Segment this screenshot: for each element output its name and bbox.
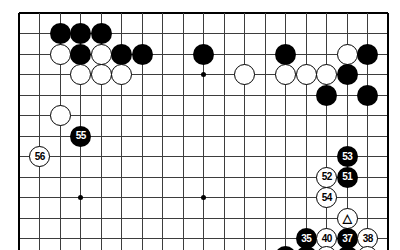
move-number-label: 53 [342,152,352,162]
intersection [153,65,174,86]
intersection [235,167,256,188]
intersection [194,24,215,45]
intersection [9,44,30,65]
intersection [255,65,276,86]
intersection [30,229,51,250]
intersection [71,3,92,24]
intersection [235,85,256,106]
intersection [173,3,194,24]
intersection [50,208,71,229]
intersection [235,106,256,127]
intersection [9,65,30,86]
intersection [30,3,51,24]
intersection [71,106,92,127]
intersection [71,147,92,168]
intersection [153,24,174,45]
intersection [378,106,399,127]
intersection [30,167,51,188]
intersection [194,106,215,127]
intersection [153,3,174,24]
intersection [378,3,399,24]
intersection [317,44,338,65]
intersection [173,44,194,65]
intersection [296,188,317,209]
intersection [50,167,71,188]
black-stone [111,44,132,65]
intersection [71,208,92,229]
intersection [112,85,133,106]
intersection [194,3,215,24]
intersection [317,126,338,147]
black-stone [70,44,91,65]
intersection [173,188,194,209]
intersection [255,85,276,106]
intersection [112,229,133,250]
intersection [214,106,235,127]
intersection [214,65,235,86]
intersection [276,24,297,45]
intersection [235,24,256,45]
intersection [194,208,215,229]
go-board: 555653525154△35403738 [9,3,399,250]
black-stone: 51 [337,167,358,188]
black-stone [193,44,214,65]
intersection [378,85,399,106]
intersection [337,3,358,24]
intersection [9,188,30,209]
intersection [214,229,235,250]
move-number-label: 52 [322,172,332,182]
intersection [9,126,30,147]
intersection [153,44,174,65]
intersection [194,188,215,209]
intersection [378,147,399,168]
intersection [50,147,71,168]
go-diagram: 555653525154△35403738 [0,0,400,250]
intersection [71,167,92,188]
intersection [378,24,399,45]
triangle-mark: △ [343,212,352,224]
intersection [378,229,399,250]
intersection [378,65,399,86]
intersection [255,106,276,127]
intersection [9,208,30,229]
intersection [235,44,256,65]
intersection [132,126,153,147]
intersection [235,126,256,147]
intersection [194,167,215,188]
intersection [9,85,30,106]
intersection [112,147,133,168]
intersection [132,188,153,209]
intersection [276,147,297,168]
move-number-label: 35 [301,234,311,244]
intersection [112,24,133,45]
intersection [235,229,256,250]
intersection [378,44,399,65]
intersection [132,106,153,127]
intersection [255,208,276,229]
intersection [153,147,174,168]
intersection [153,229,174,250]
move-number-label: 40 [322,234,332,244]
white-stone [296,64,317,85]
intersection [317,3,338,24]
black-stone [337,64,358,85]
intersection [296,208,317,229]
intersection [153,85,174,106]
intersection [276,106,297,127]
intersection [214,85,235,106]
intersection [132,147,153,168]
white-stone [50,105,71,126]
intersection [214,208,235,229]
intersection [50,65,71,86]
intersection [173,106,194,127]
star-point [201,72,206,77]
intersection [235,147,256,168]
black-stone [275,44,296,65]
white-stone [337,44,358,65]
black-stone [316,85,337,106]
intersection [194,85,215,106]
intersection [30,106,51,127]
intersection [91,188,112,209]
intersection [194,229,215,250]
black-stone [357,85,378,106]
intersection [296,85,317,106]
intersection [214,167,235,188]
intersection [173,208,194,229]
intersection [378,208,399,229]
intersection [276,126,297,147]
intersection [214,126,235,147]
intersection [378,188,399,209]
intersection [337,24,358,45]
intersection [112,126,133,147]
intersection [9,3,30,24]
intersection [255,147,276,168]
move-number-label: 51 [342,172,352,182]
intersection [255,167,276,188]
intersection [91,208,112,229]
star-point [78,195,83,200]
black-stone: 55 [70,126,91,147]
intersection [255,44,276,65]
intersection [91,3,112,24]
intersection [30,188,51,209]
intersection [358,3,379,24]
intersection [9,147,30,168]
white-stone: △ [337,208,358,229]
intersection [50,3,71,24]
intersection [235,188,256,209]
intersection [317,147,338,168]
intersection [194,65,215,86]
intersection [112,188,133,209]
intersection [173,24,194,45]
intersection [132,208,153,229]
intersection [9,106,30,127]
intersection [235,3,256,24]
white-stone [91,44,112,65]
intersection [255,188,276,209]
intersection [91,147,112,168]
intersection [71,229,92,250]
move-number-label: 54 [322,193,332,203]
intersection [358,126,379,147]
intersection [132,229,153,250]
white-stone: 52 [316,167,337,188]
move-number-label: 55 [76,131,86,141]
move-number-label: 37 [342,234,352,244]
intersection [317,208,338,229]
intersection [214,44,235,65]
intersection [153,188,174,209]
intersection [214,188,235,209]
intersection [317,106,338,127]
white-stone [91,64,112,85]
intersection [296,44,317,65]
intersection [50,229,71,250]
intersection [276,85,297,106]
intersection [214,24,235,45]
intersection [255,24,276,45]
intersection [276,208,297,229]
intersection [30,44,51,65]
intersection [112,3,133,24]
intersection [91,85,112,106]
intersection [30,85,51,106]
intersection [337,106,358,127]
intersection [317,24,338,45]
black-stone [50,23,71,44]
intersection [91,126,112,147]
intersection [50,188,71,209]
intersection [358,208,379,229]
intersection [9,167,30,188]
intersection [30,24,51,45]
intersection [296,106,317,127]
intersection [255,229,276,250]
black-stone [132,44,153,65]
intersection [132,85,153,106]
intersection [9,24,30,45]
intersection [132,65,153,86]
intersection [296,3,317,24]
intersection [337,188,358,209]
intersection [173,167,194,188]
intersection [173,229,194,250]
intersection [132,24,153,45]
intersection [296,126,317,147]
intersection [194,147,215,168]
intersection [112,208,133,229]
white-stone [50,44,71,65]
intersection [91,167,112,188]
intersection [276,3,297,24]
intersection [153,126,174,147]
intersection [9,229,30,250]
intersection [30,65,51,86]
black-stone [357,44,378,65]
intersection [337,126,358,147]
intersection [132,167,153,188]
intersection [91,106,112,127]
intersection [112,167,133,188]
intersection [91,229,112,250]
intersection [132,3,153,24]
intersection [255,126,276,147]
intersection [276,167,297,188]
move-number-label: 38 [363,234,373,244]
intersection [358,106,379,127]
intersection [50,85,71,106]
intersection [235,208,256,229]
black-stone [91,23,112,44]
intersection [153,106,174,127]
intersection [276,188,297,209]
intersection [214,147,235,168]
black-stone: 53 [337,146,358,167]
intersection [173,147,194,168]
intersection [358,147,379,168]
intersection [153,167,174,188]
intersection [153,208,174,229]
intersection [296,167,317,188]
intersection [358,188,379,209]
intersection [358,65,379,86]
intersection [296,147,317,168]
intersection [173,126,194,147]
intersection [255,3,276,24]
intersection [378,167,399,188]
intersection [214,3,235,24]
intersection [173,65,194,86]
intersection [30,208,51,229]
intersection [358,24,379,45]
intersection [296,24,317,45]
move-number-label: 56 [35,152,45,162]
intersection [71,188,92,209]
star-point [201,195,206,200]
intersection [173,85,194,106]
intersection [112,106,133,127]
intersection [50,126,71,147]
intersection [194,126,215,147]
intersection [358,167,379,188]
intersection [378,126,399,147]
intersection [30,126,51,147]
intersection [337,85,358,106]
intersection [71,85,92,106]
